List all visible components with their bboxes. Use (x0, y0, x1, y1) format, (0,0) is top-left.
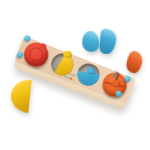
blue-piece-handle[interactable] (87, 67, 95, 75)
blue-third-piece[interactable] (74, 60, 102, 88)
corner-peg-bottom-left (16, 51, 24, 59)
product-photo: janod (0, 0, 150, 150)
puzzle-board: janod (12, 36, 136, 111)
orange-piece-handle[interactable] (112, 80, 120, 87)
loose-orange-quarter[interactable] (125, 50, 144, 74)
well-whole (22, 40, 50, 68)
red-whole-piece[interactable] (21, 39, 52, 70)
loose-blue-third-right[interactable] (99, 28, 117, 54)
well-thirds (74, 60, 102, 88)
yellow-piece-handle[interactable] (63, 50, 72, 58)
loose-yellow-half[interactable] (9, 78, 31, 113)
loose-blue-third-left[interactable] (81, 30, 101, 53)
corner-peg-top-left (24, 34, 32, 42)
